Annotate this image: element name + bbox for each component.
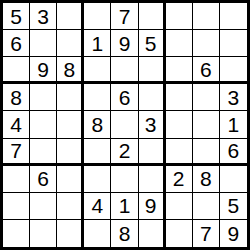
cell-r1c5-given: 7 — [111, 3, 138, 30]
cell-r4c9-given: 3 — [220, 84, 247, 111]
cell-r7c2-given: 6 — [30, 166, 57, 193]
cell-r3c3-given: 8 — [57, 57, 84, 84]
cell-r6c1-given: 7 — [3, 139, 30, 166]
cell-r3c8-given: 6 — [193, 57, 220, 84]
cell-r4c6-empty[interactable] — [139, 84, 166, 111]
cell-r6c6-empty[interactable] — [139, 139, 166, 166]
cell-r3c2-given: 9 — [30, 57, 57, 84]
cell-r9c8-given: 7 — [193, 220, 220, 247]
cell-r6c4-empty[interactable] — [84, 139, 111, 166]
cell-r4c1-given: 8 — [3, 84, 30, 111]
cell-r8c7-empty[interactable] — [166, 193, 193, 220]
cell-r2c4-given: 1 — [84, 30, 111, 57]
cell-r6c3-empty[interactable] — [57, 139, 84, 166]
cell-r6c5-given: 2 — [111, 139, 138, 166]
cell-r3c4-empty[interactable] — [84, 57, 111, 84]
cell-r5c6-given: 3 — [139, 111, 166, 138]
cell-r6c8-empty[interactable] — [193, 139, 220, 166]
cell-r1c1-given: 5 — [3, 3, 30, 30]
cell-r7c4-empty[interactable] — [84, 166, 111, 193]
cell-r2c5-given: 9 — [111, 30, 138, 57]
cell-r8c9-given: 5 — [220, 193, 247, 220]
cell-r9c9-given: 9 — [220, 220, 247, 247]
cell-r3c7-empty[interactable] — [166, 57, 193, 84]
cell-r5c2-empty[interactable] — [30, 111, 57, 138]
cell-r2c2-empty[interactable] — [30, 30, 57, 57]
cell-r8c6-given: 9 — [139, 193, 166, 220]
cell-r7c9-empty[interactable] — [220, 166, 247, 193]
cell-r1c6-empty[interactable] — [139, 3, 166, 30]
cell-r8c5-given: 1 — [111, 193, 138, 220]
cell-r5c4-given: 8 — [84, 111, 111, 138]
cell-r1c4-empty[interactable] — [84, 3, 111, 30]
cell-r2c9-empty[interactable] — [220, 30, 247, 57]
cell-r6c7-empty[interactable] — [166, 139, 193, 166]
cell-r1c7-empty[interactable] — [166, 3, 193, 30]
cell-r3c1-empty[interactable] — [3, 57, 30, 84]
cell-r7c6-empty[interactable] — [139, 166, 166, 193]
cell-r2c6-given: 5 — [139, 30, 166, 57]
cell-r9c3-empty[interactable] — [57, 220, 84, 247]
cell-r4c5-given: 6 — [111, 84, 138, 111]
cell-r9c6-empty[interactable] — [139, 220, 166, 247]
cell-r8c2-empty[interactable] — [30, 193, 57, 220]
cell-r7c1-empty[interactable] — [3, 166, 30, 193]
sudoku-board: 537619598686348317266284195879 — [0, 0, 250, 250]
cell-r1c8-empty[interactable] — [193, 3, 220, 30]
cell-r6c2-empty[interactable] — [30, 139, 57, 166]
cell-r3c9-empty[interactable] — [220, 57, 247, 84]
cell-r2c7-empty[interactable] — [166, 30, 193, 57]
cell-r7c5-empty[interactable] — [111, 166, 138, 193]
cell-r8c3-empty[interactable] — [57, 193, 84, 220]
cell-r5c3-empty[interactable] — [57, 111, 84, 138]
cell-r5c9-given: 1 — [220, 111, 247, 138]
cell-r2c3-empty[interactable] — [57, 30, 84, 57]
cell-r5c7-empty[interactable] — [166, 111, 193, 138]
cell-r9c1-empty[interactable] — [3, 220, 30, 247]
cell-r7c3-empty[interactable] — [57, 166, 84, 193]
cell-r4c8-empty[interactable] — [193, 84, 220, 111]
cell-r6c9-given: 6 — [220, 139, 247, 166]
cell-r3c5-empty[interactable] — [111, 57, 138, 84]
cell-r7c7-given: 2 — [166, 166, 193, 193]
cell-r4c2-empty[interactable] — [30, 84, 57, 111]
cell-r3c6-empty[interactable] — [139, 57, 166, 84]
cell-r9c5-given: 8 — [111, 220, 138, 247]
cell-r2c8-empty[interactable] — [193, 30, 220, 57]
cell-r4c3-empty[interactable] — [57, 84, 84, 111]
cell-r9c2-empty[interactable] — [30, 220, 57, 247]
cell-r9c7-empty[interactable] — [166, 220, 193, 247]
cell-r8c8-empty[interactable] — [193, 193, 220, 220]
cell-r1c2-given: 3 — [30, 3, 57, 30]
cell-r8c1-empty[interactable] — [3, 193, 30, 220]
cell-r5c1-given: 4 — [3, 111, 30, 138]
cell-r5c8-empty[interactable] — [193, 111, 220, 138]
cell-r2c1-given: 6 — [3, 30, 30, 57]
cell-r8c4-given: 4 — [84, 193, 111, 220]
cell-r1c3-empty[interactable] — [57, 3, 84, 30]
cell-r7c8-given: 8 — [193, 166, 220, 193]
cell-r1c9-empty[interactable] — [220, 3, 247, 30]
cell-r5c5-empty[interactable] — [111, 111, 138, 138]
cell-r4c4-empty[interactable] — [84, 84, 111, 111]
cell-r4c7-empty[interactable] — [166, 84, 193, 111]
cell-r9c4-empty[interactable] — [84, 220, 111, 247]
